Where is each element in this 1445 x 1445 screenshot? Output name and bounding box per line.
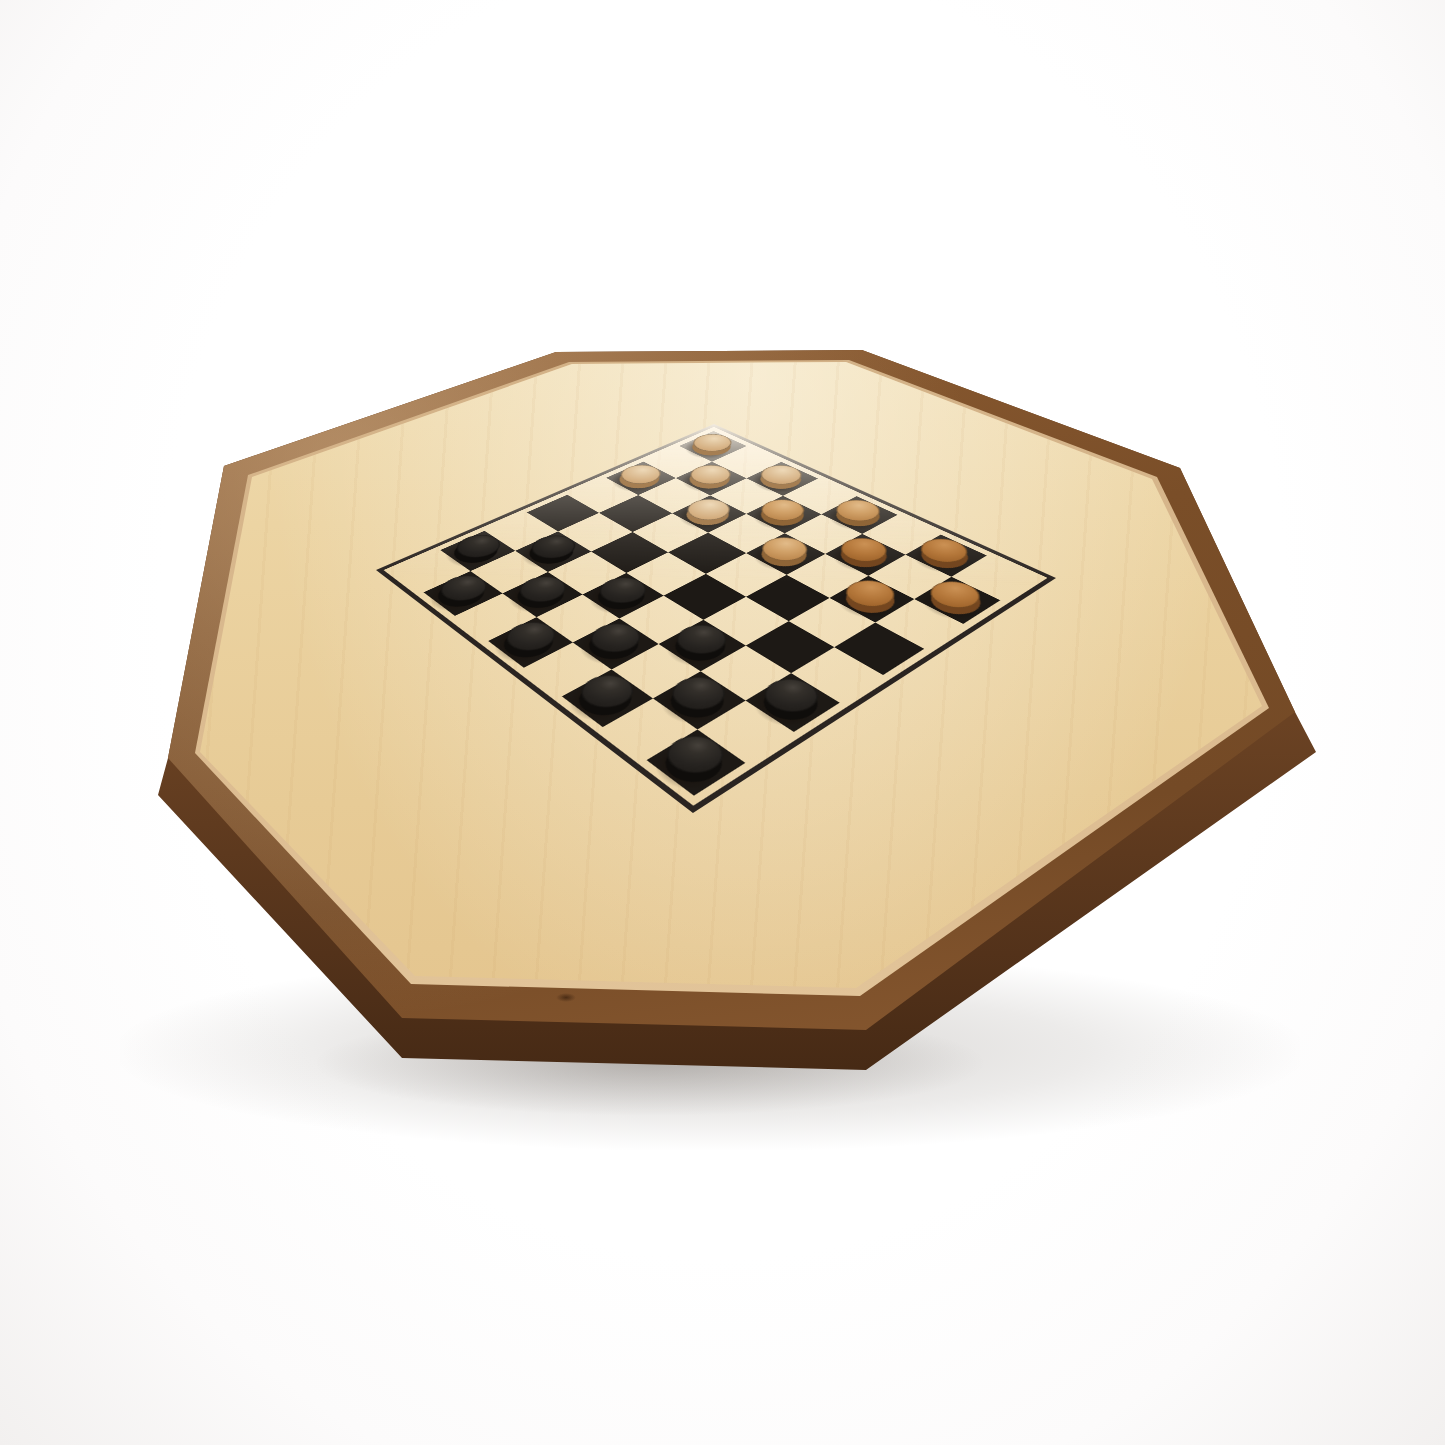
wood-knot (556, 993, 576, 1002)
scene (0, 0, 1445, 1445)
